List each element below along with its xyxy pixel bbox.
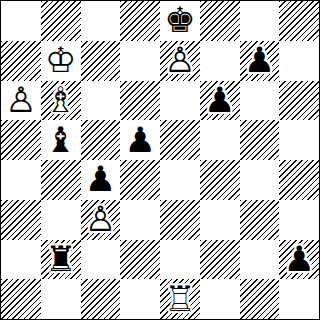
square-e4[interactable] xyxy=(160,160,200,200)
chess-board: ♚♚♚♔♟♙♟♟♟♙♝♗♟♟♝♝♟♟♟♟♟♙♜♜♟♟♜♖ xyxy=(0,0,320,320)
square-c5[interactable] xyxy=(81,120,121,160)
black-king-piece: ♚ xyxy=(160,1,200,41)
square-f7[interactable] xyxy=(200,41,240,81)
square-d3[interactable] xyxy=(120,200,160,240)
white-pawn-piece: ♙ xyxy=(1,81,41,121)
square-d4[interactable] xyxy=(120,160,160,200)
square-f6[interactable]: ♟♟ xyxy=(200,81,240,121)
square-a6[interactable]: ♟♙ xyxy=(1,81,41,121)
square-h5[interactable] xyxy=(279,120,319,160)
square-f4[interactable] xyxy=(200,160,240,200)
square-g8[interactable] xyxy=(240,1,280,41)
square-d1[interactable] xyxy=(120,279,160,319)
square-h8[interactable] xyxy=(279,1,319,41)
square-a1[interactable] xyxy=(1,279,41,319)
black-pawn-piece: ♟ xyxy=(200,81,240,121)
square-a7[interactable] xyxy=(1,41,41,81)
square-d2[interactable] xyxy=(120,240,160,280)
square-h2[interactable]: ♟♟ xyxy=(279,240,319,280)
square-a8[interactable] xyxy=(1,1,41,41)
black-pawn-piece: ♟ xyxy=(120,120,160,160)
square-e5[interactable] xyxy=(160,120,200,160)
white-pawn-piece: ♙ xyxy=(160,41,200,81)
black-pawn-piece: ♟ xyxy=(279,240,319,280)
square-e8[interactable]: ♚♚ xyxy=(160,1,200,41)
square-d7[interactable] xyxy=(120,41,160,81)
square-b1[interactable] xyxy=(41,279,81,319)
square-h3[interactable] xyxy=(279,200,319,240)
square-c2[interactable] xyxy=(81,240,121,280)
square-a4[interactable] xyxy=(1,160,41,200)
black-rook-piece: ♜ xyxy=(41,240,81,280)
white-bishop-piece: ♗ xyxy=(41,81,81,121)
black-bishop-piece: ♝ xyxy=(41,120,81,160)
square-a5[interactable] xyxy=(1,120,41,160)
square-d8[interactable] xyxy=(120,1,160,41)
square-a3[interactable] xyxy=(1,200,41,240)
square-b7[interactable]: ♚♔ xyxy=(41,41,81,81)
white-king-piece: ♔ xyxy=(41,41,81,81)
square-h1[interactable] xyxy=(279,279,319,319)
square-g6[interactable] xyxy=(240,81,280,121)
square-b4[interactable] xyxy=(41,160,81,200)
square-g5[interactable] xyxy=(240,120,280,160)
square-f2[interactable] xyxy=(200,240,240,280)
square-b6[interactable]: ♝♗ xyxy=(41,81,81,121)
square-c3[interactable]: ♟♙ xyxy=(81,200,121,240)
square-c1[interactable] xyxy=(81,279,121,319)
square-d5[interactable]: ♟♟ xyxy=(120,120,160,160)
square-a2[interactable] xyxy=(1,240,41,280)
square-g2[interactable] xyxy=(240,240,280,280)
square-d6[interactable] xyxy=(120,81,160,121)
square-g1[interactable] xyxy=(240,279,280,319)
square-b2[interactable]: ♜♜ xyxy=(41,240,81,280)
square-h7[interactable] xyxy=(279,41,319,81)
square-c8[interactable] xyxy=(81,1,121,41)
square-b8[interactable] xyxy=(41,1,81,41)
square-g4[interactable] xyxy=(240,160,280,200)
square-f3[interactable] xyxy=(200,200,240,240)
square-f1[interactable] xyxy=(200,279,240,319)
square-e6[interactable] xyxy=(160,81,200,121)
square-f8[interactable] xyxy=(200,1,240,41)
square-f5[interactable] xyxy=(200,120,240,160)
square-e2[interactable] xyxy=(160,240,200,280)
black-pawn-piece: ♟ xyxy=(81,160,121,200)
white-pawn-piece: ♙ xyxy=(81,200,121,240)
square-c4[interactable]: ♟♟ xyxy=(81,160,121,200)
white-rook-piece: ♖ xyxy=(160,279,200,319)
square-b5[interactable]: ♝♝ xyxy=(41,120,81,160)
square-e7[interactable]: ♟♙ xyxy=(160,41,200,81)
square-g3[interactable] xyxy=(240,200,280,240)
square-c7[interactable] xyxy=(81,41,121,81)
square-e3[interactable] xyxy=(160,200,200,240)
square-b3[interactable] xyxy=(41,200,81,240)
square-h6[interactable] xyxy=(279,81,319,121)
square-c6[interactable] xyxy=(81,81,121,121)
square-e1[interactable]: ♜♖ xyxy=(160,279,200,319)
square-g7[interactable]: ♟♟ xyxy=(240,41,280,81)
square-h4[interactable] xyxy=(279,160,319,200)
black-pawn-piece: ♟ xyxy=(240,41,280,81)
